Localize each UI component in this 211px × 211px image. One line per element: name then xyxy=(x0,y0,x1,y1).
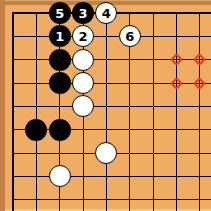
white-stone-move-2: 2 xyxy=(72,25,94,47)
grid-line-vertical xyxy=(199,12,200,211)
red-diamond-marker xyxy=(170,77,183,90)
grid-line-vertical xyxy=(176,12,177,211)
go-board: 534126 xyxy=(0,0,211,211)
grid-line-vertical xyxy=(12,12,14,211)
black-stone xyxy=(25,119,47,141)
red-diamond-marker xyxy=(170,53,183,66)
white-stone-move-4: 4 xyxy=(95,2,117,24)
red-diamond-marker xyxy=(193,53,206,66)
move-number-label: 6 xyxy=(125,29,134,42)
white-stone xyxy=(72,72,94,94)
black-stone-move-1: 1 xyxy=(49,25,71,47)
grid-line-horizontal xyxy=(12,176,211,177)
move-number-label: 4 xyxy=(102,6,111,19)
white-stone xyxy=(95,142,117,164)
grid-line-horizontal xyxy=(12,106,211,107)
board-frame-left xyxy=(0,0,5,211)
black-stone xyxy=(49,119,71,141)
grid-line-vertical xyxy=(36,12,37,211)
grid-line-horizontal xyxy=(12,199,211,200)
go-diagram: 534126 xyxy=(0,0,211,211)
black-stone xyxy=(49,49,71,71)
grid-line-horizontal xyxy=(12,36,211,37)
white-stone xyxy=(49,165,71,187)
red-diamond-marker xyxy=(193,77,206,90)
grid-line-vertical xyxy=(106,12,107,211)
grid-line-vertical xyxy=(153,12,154,211)
white-stone xyxy=(72,49,94,71)
black-stone-move-5: 5 xyxy=(49,2,71,24)
move-number-label: 2 xyxy=(78,29,87,42)
white-stone xyxy=(72,95,94,117)
black-stone xyxy=(49,72,71,94)
black-stone-move-3: 3 xyxy=(72,2,94,24)
move-number-label: 1 xyxy=(55,29,64,42)
move-number-label: 5 xyxy=(55,6,64,19)
move-number-label: 3 xyxy=(78,6,87,19)
white-stone-move-6: 6 xyxy=(119,25,141,47)
